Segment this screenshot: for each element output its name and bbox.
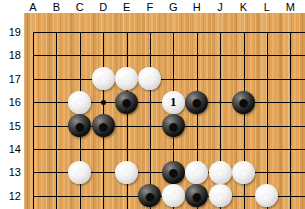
intersection-H16[interactable]: ● — [185, 90, 208, 113]
intersection-K15[interactable] — [232, 114, 255, 137]
intersection-B15[interactable] — [45, 114, 68, 137]
intersection-L17[interactable] — [255, 67, 278, 90]
intersection-L14[interactable] — [255, 137, 278, 160]
intersection-F12[interactable]: ● — [138, 184, 161, 207]
intersection-E14[interactable] — [115, 137, 138, 160]
intersection-L12[interactable]: ○ — [255, 184, 278, 207]
intersection-C16[interactable]: ○ — [68, 90, 91, 113]
white-stone: ○ — [255, 184, 278, 207]
intersection-J16[interactable] — [208, 90, 231, 113]
intersection-H17[interactable] — [185, 67, 208, 90]
white-stone-icon: ○ — [209, 161, 232, 184]
intersection-H14[interactable] — [185, 137, 208, 160]
intersection-C15[interactable]: ● — [68, 114, 91, 137]
black-stone-icon: ● — [138, 184, 161, 207]
intersections: ○○○○●○1●●●●●○○●○○○●○●○○ — [24, 20, 302, 207]
white-stone-icon: ○ — [68, 91, 91, 114]
white-stone-icon: ○ — [185, 161, 208, 184]
intersection-M12[interactable] — [279, 184, 302, 207]
white-stone-icon: ○ — [209, 184, 232, 207]
intersection-B16[interactable] — [45, 90, 68, 113]
intersection-C14[interactable] — [68, 137, 91, 160]
intersection-A14[interactable] — [24, 137, 45, 160]
black-stone: ● — [185, 184, 208, 207]
intersection-L16[interactable] — [255, 90, 278, 113]
intersection-H15[interactable] — [185, 114, 208, 137]
intersection-L18[interactable] — [255, 44, 278, 67]
black-stone-icon: ● — [92, 114, 115, 137]
intersection-G15[interactable]: ● — [162, 114, 185, 137]
intersection-B14[interactable] — [45, 137, 68, 160]
column-label-A: A — [21, 0, 44, 14]
intersection-E12[interactable] — [115, 184, 138, 207]
white-stone-icon: ○ — [92, 67, 115, 90]
intersection-G18[interactable] — [162, 44, 185, 67]
intersection-C18[interactable] — [68, 44, 91, 67]
intersection-J12[interactable]: ○ — [208, 184, 231, 207]
intersection-D12[interactable] — [91, 184, 114, 207]
row-label-14: 14 — [0, 137, 24, 160]
intersection-F19[interactable] — [138, 20, 161, 43]
intersection-D16[interactable] — [91, 90, 114, 113]
row-label-18: 18 — [0, 44, 24, 67]
row-label-17: 17 — [0, 67, 24, 90]
column-label-F: F — [138, 0, 161, 14]
column-labels: ABCDEFGHJKLM — [21, 0, 302, 13]
white-stone-icon: ○ — [68, 161, 91, 184]
intersection-K17[interactable] — [232, 67, 255, 90]
intersection-L19[interactable] — [255, 20, 278, 43]
column-label-H: H — [185, 0, 208, 14]
white-stone: ○ — [138, 67, 161, 90]
black-stone-icon: ● — [68, 114, 91, 137]
intersection-A18[interactable] — [24, 44, 45, 67]
intersection-D14[interactable] — [91, 137, 114, 160]
intersection-M15[interactable] — [279, 114, 302, 137]
intersection-M18[interactable] — [279, 44, 302, 67]
black-stone: ● — [92, 114, 115, 137]
intersection-G19[interactable] — [162, 20, 185, 43]
intersection-C13[interactable]: ○ — [68, 161, 91, 184]
intersection-D18[interactable] — [91, 44, 114, 67]
intersection-F13[interactable] — [138, 161, 161, 184]
row-label-15: 15 — [0, 114, 24, 137]
intersection-M13[interactable] — [279, 161, 302, 184]
white-stone-icon: ○ — [115, 161, 138, 184]
intersection-E18[interactable] — [115, 44, 138, 67]
white-stone: ○1 — [162, 91, 185, 114]
intersection-F15[interactable] — [138, 114, 161, 137]
intersection-B19[interactable] — [45, 20, 68, 43]
column-label-B: B — [45, 0, 68, 14]
intersection-A15[interactable] — [24, 114, 45, 137]
white-stone: ○ — [68, 91, 91, 114]
intersection-F16[interactable] — [138, 90, 161, 113]
intersection-A16[interactable] — [24, 90, 45, 113]
intersection-H12[interactable]: ● — [185, 184, 208, 207]
intersection-G16[interactable]: ○1 — [162, 90, 185, 113]
white-stone-icon: ○ — [138, 67, 161, 90]
intersection-K19[interactable] — [232, 20, 255, 43]
go-board: ○○○○●○1●●●●●○○●○○○●○●○○ — [24, 13, 305, 209]
star-point-D16 — [101, 100, 106, 105]
column-label-K: K — [232, 0, 255, 14]
intersection-E17[interactable]: ○ — [115, 67, 138, 90]
white-stone: ○ — [115, 161, 138, 184]
intersection-C12[interactable] — [68, 184, 91, 207]
black-stone: ● — [68, 114, 91, 137]
intersection-J17[interactable] — [208, 67, 231, 90]
intersection-E15[interactable] — [115, 114, 138, 137]
white-stone: ○ — [68, 161, 91, 184]
intersection-D15[interactable]: ● — [91, 114, 114, 137]
intersection-A17[interactable] — [24, 67, 45, 90]
row-label-13: 13 — [0, 161, 24, 184]
intersection-L13[interactable] — [255, 161, 278, 184]
intersection-B13[interactable] — [45, 161, 68, 184]
black-stone-icon: ● — [162, 161, 185, 184]
intersection-A12[interactable] — [24, 184, 45, 207]
row-label-16: 16 — [0, 90, 24, 113]
black-stone-icon: ● — [115, 91, 138, 114]
intersection-J15[interactable] — [208, 114, 231, 137]
white-stone: ○ — [185, 161, 208, 184]
intersection-B17[interactable] — [45, 67, 68, 90]
row-label-12: 12 — [0, 184, 24, 207]
intersection-F17[interactable]: ○ — [138, 67, 161, 90]
black-stone: ● — [232, 91, 255, 114]
white-stone-icon: ○ — [255, 184, 278, 207]
intersection-C17[interactable] — [68, 67, 91, 90]
white-stone: ○ — [209, 184, 232, 207]
intersection-M17[interactable] — [279, 67, 302, 90]
black-stone-icon: ● — [162, 114, 185, 137]
intersection-H18[interactable] — [185, 44, 208, 67]
white-stone: ○ — [115, 67, 138, 90]
column-label-D: D — [91, 0, 114, 14]
intersection-E19[interactable] — [115, 20, 138, 43]
intersection-G12[interactable]: ○ — [162, 184, 185, 207]
intersection-A19[interactable] — [24, 20, 45, 43]
column-label-M: M — [279, 0, 302, 14]
intersection-G17[interactable] — [162, 67, 185, 90]
white-stone: ○ — [209, 161, 232, 184]
intersection-K13[interactable]: ○ — [232, 161, 255, 184]
row-label-19: 19 — [0, 20, 24, 43]
intersection-M19[interactable] — [279, 20, 302, 43]
white-stone-icon: ○ — [115, 67, 138, 90]
intersection-K14[interactable] — [232, 137, 255, 160]
black-stone-icon: ● — [232, 91, 255, 114]
black-stone-icon: ● — [185, 91, 208, 114]
column-label-G: G — [162, 0, 185, 14]
intersection-A13[interactable] — [24, 161, 45, 184]
intersection-K16[interactable]: ● — [232, 90, 255, 113]
intersection-H13[interactable]: ○ — [185, 161, 208, 184]
go-board-diagram: ○○○○●○1●●●●●○○●○○○●○●○○ ABCDEFGHJKLM 191… — [0, 0, 305, 209]
black-stone-icon: ● — [185, 184, 208, 207]
intersection-F18[interactable] — [138, 44, 161, 67]
intersection-J18[interactable] — [208, 44, 231, 67]
black-stone: ● — [162, 161, 185, 184]
row-labels: 1918171615141312 — [0, 20, 24, 207]
intersection-B18[interactable] — [45, 44, 68, 67]
intersection-F14[interactable] — [138, 137, 161, 160]
black-stone: ● — [162, 114, 185, 137]
column-label-J: J — [208, 0, 231, 14]
intersection-J14[interactable] — [208, 137, 231, 160]
intersection-K12[interactable] — [232, 184, 255, 207]
intersection-H19[interactable] — [185, 20, 208, 43]
intersection-D19[interactable] — [91, 20, 114, 43]
intersection-G13[interactable]: ● — [162, 161, 185, 184]
intersection-L15[interactable] — [255, 114, 278, 137]
intersection-E13[interactable]: ○ — [115, 161, 138, 184]
move-number-label: 1 — [162, 91, 185, 114]
white-stone: ○ — [232, 161, 255, 184]
intersection-G14[interactable] — [162, 137, 185, 160]
intersection-E16[interactable]: ● — [115, 90, 138, 113]
intersection-D13[interactable] — [91, 161, 114, 184]
intersection-M16[interactable] — [279, 90, 302, 113]
intersection-K18[interactable] — [232, 44, 255, 67]
white-stone: ○ — [162, 184, 185, 207]
black-stone: ● — [138, 184, 161, 207]
intersection-M14[interactable] — [279, 137, 302, 160]
intersection-B12[interactable] — [45, 184, 68, 207]
column-label-C: C — [68, 0, 91, 14]
white-stone-icon: ○ — [232, 161, 255, 184]
white-stone-icon: ○ — [162, 184, 185, 207]
white-stone: ○ — [92, 67, 115, 90]
intersection-D17[interactable]: ○ — [91, 67, 114, 90]
black-stone: ● — [185, 91, 208, 114]
column-label-L: L — [255, 0, 278, 14]
intersection-J19[interactable] — [208, 20, 231, 43]
intersection-J13[interactable]: ○ — [208, 161, 231, 184]
column-label-E: E — [115, 0, 138, 14]
black-stone: ● — [115, 91, 138, 114]
intersection-C19[interactable] — [68, 20, 91, 43]
